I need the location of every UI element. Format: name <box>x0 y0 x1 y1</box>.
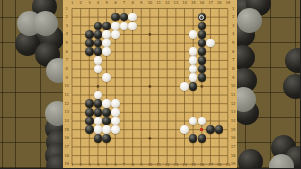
coord-col-top: 17 <box>206 1 214 5</box>
coord-col-top: 11 <box>155 1 163 5</box>
coord-row-right: 15 <box>229 128 237 132</box>
coord-row-left: 8 <box>63 67 71 71</box>
coord-row-left: 1 <box>63 7 71 11</box>
coord-row-left: 4 <box>63 32 71 36</box>
black-stone <box>111 13 120 22</box>
coord-col-top: 7 <box>120 1 128 5</box>
coord-col-bottom: 8 <box>129 163 137 167</box>
white-stone <box>111 125 120 134</box>
white-stone <box>111 30 120 39</box>
white-stone <box>94 56 103 65</box>
coord-col-top: 16 <box>198 1 206 5</box>
black-stone <box>198 22 207 31</box>
coord-col-top: 13 <box>172 1 180 5</box>
coord-col-bottom: 2 <box>77 163 85 167</box>
black-stone <box>94 30 103 39</box>
black-stone <box>85 99 94 108</box>
background-black-stone <box>283 74 301 99</box>
black-stone <box>102 22 111 31</box>
black-stone <box>85 39 94 48</box>
white-stone <box>111 22 120 31</box>
coord-col-top: 1 <box>68 1 76 5</box>
coord-row-left: 11 <box>63 93 71 97</box>
coord-col-top: 3 <box>85 1 93 5</box>
coord-row-left: 6 <box>63 50 71 54</box>
coord-row-left: 15 <box>63 128 71 132</box>
coord-col-top: 14 <box>181 1 189 5</box>
coord-col-top: 5 <box>103 1 111 5</box>
coord-row-left: 2 <box>63 15 71 19</box>
white-stone <box>102 125 111 134</box>
coord-col-bottom: 13 <box>172 163 180 167</box>
coord-col-top: 15 <box>189 1 197 5</box>
coord-row-right: 8 <box>229 67 237 71</box>
black-stone <box>85 30 94 39</box>
black-stone <box>94 99 103 108</box>
coord-col-top: 19 <box>224 1 232 5</box>
white-stone <box>111 108 120 117</box>
white-stone <box>189 30 198 39</box>
coord-col-bottom: 12 <box>163 163 171 167</box>
white-stone <box>206 39 215 48</box>
coord-row-right: 6 <box>229 50 237 54</box>
coord-row-right: 13 <box>229 110 237 114</box>
coord-col-bottom: 7 <box>120 163 128 167</box>
coord-row-left: 13 <box>63 110 71 114</box>
coord-col-bottom: 16 <box>198 163 206 167</box>
coord-row-right: 7 <box>229 58 237 62</box>
coord-col-top: 2 <box>77 1 85 5</box>
black-stone <box>102 134 111 143</box>
coord-row-left: 19 <box>63 162 71 166</box>
coord-col-top: 8 <box>129 1 137 5</box>
coord-row-right: 17 <box>229 145 237 149</box>
coord-row-right: 18 <box>229 154 237 158</box>
coord-col-top: 6 <box>111 1 119 5</box>
coord-row-left: 16 <box>63 136 71 140</box>
background-white-stone <box>237 8 262 33</box>
black-stone <box>102 117 111 126</box>
white-stone <box>102 99 111 108</box>
coord-row-left: 17 <box>63 145 71 149</box>
coord-col-bottom: 9 <box>137 163 145 167</box>
app-background: 1122334455667788991010111112121313141415… <box>0 0 300 168</box>
black-stone <box>85 125 94 134</box>
coord-row-right: 12 <box>229 102 237 106</box>
black-stone <box>198 73 207 82</box>
coord-col-bottom: 5 <box>103 163 111 167</box>
coord-row-left: 18 <box>63 154 71 158</box>
white-stone <box>180 125 189 134</box>
white-stone <box>111 99 120 108</box>
background-board-left <box>0 0 63 168</box>
coord-row-right: 5 <box>229 41 237 45</box>
coord-row-left: 5 <box>63 41 71 45</box>
coord-row-right: 16 <box>229 136 237 140</box>
coord-row-left: 10 <box>63 84 71 88</box>
black-stone <box>198 56 207 65</box>
white-stone <box>189 56 198 65</box>
coord-row-right: 2 <box>229 15 237 19</box>
black-stone <box>85 108 94 117</box>
black-stone <box>189 82 198 91</box>
white-stone <box>102 47 111 56</box>
board-grid <box>63 0 237 168</box>
coord-col-bottom: 10 <box>146 163 154 167</box>
coord-row-right: 3 <box>229 24 237 28</box>
coord-row-right: 9 <box>229 76 237 80</box>
white-stone <box>102 30 111 39</box>
coord-row-right: 14 <box>229 119 237 123</box>
coord-row-right: 1 <box>229 7 237 11</box>
coord-row-left: 7 <box>63 58 71 62</box>
black-stone <box>198 47 207 56</box>
coord-col-bottom: 4 <box>94 163 102 167</box>
coord-col-top: 4 <box>94 1 102 5</box>
black-stone <box>85 47 94 56</box>
coord-col-top: 12 <box>163 1 171 5</box>
background-board-right <box>237 0 300 168</box>
coord-col-top: 9 <box>137 1 145 5</box>
coord-col-bottom: 14 <box>181 163 189 167</box>
white-stone <box>94 125 103 134</box>
white-stone <box>180 82 189 91</box>
black-stone <box>94 134 103 143</box>
black-stone <box>206 125 215 134</box>
red-move-marker <box>200 128 203 131</box>
white-stone <box>111 117 120 126</box>
coord-col-bottom: 15 <box>189 163 197 167</box>
coord-col-bottom: 17 <box>206 163 214 167</box>
coord-col-top: 18 <box>215 1 223 5</box>
coord-row-left: 12 <box>63 102 71 106</box>
coord-col-bottom: 6 <box>111 163 119 167</box>
black-stone <box>198 134 207 143</box>
coord-col-bottom: 11 <box>155 163 163 167</box>
black-stone <box>102 108 111 117</box>
coord-row-left: 3 <box>63 24 71 28</box>
coord-col-top: 10 <box>146 1 154 5</box>
black-stone <box>94 108 103 117</box>
go-board[interactable]: 1122334455667788991010111112121313141415… <box>63 0 237 168</box>
background-white-stone <box>33 11 58 36</box>
coord-row-right: 11 <box>229 93 237 97</box>
white-stone <box>128 22 137 31</box>
background-black-stone <box>285 48 301 73</box>
coord-col-bottom: 3 <box>85 163 93 167</box>
coord-row-right: 4 <box>229 32 237 36</box>
black-stone <box>198 30 207 39</box>
white-stone <box>102 73 111 82</box>
coord-row-right: 10 <box>229 84 237 88</box>
black-stone <box>85 117 94 126</box>
coord-row-left: 9 <box>63 76 71 80</box>
coord-row-left: 14 <box>63 119 71 123</box>
black-stone <box>189 134 198 143</box>
background-black-stone <box>238 149 263 169</box>
coord-row-right: 19 <box>229 162 237 166</box>
coord-col-bottom: 18 <box>215 163 223 167</box>
